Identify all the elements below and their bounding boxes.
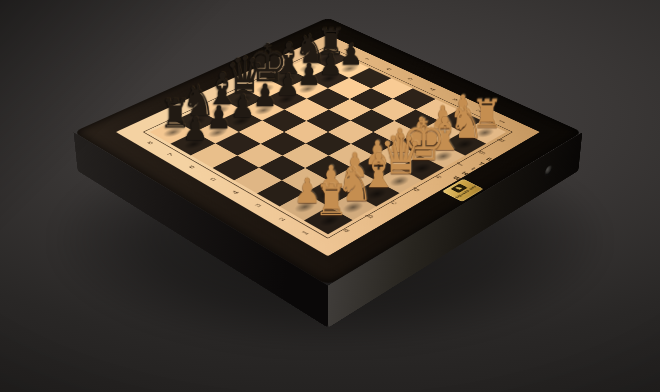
piece-black-pawn[interactable]: ♟ (253, 80, 278, 111)
piece-black-pawn[interactable]: ♟ (319, 49, 343, 79)
piece-black-pawn[interactable]: ♟ (275, 69, 299, 100)
chess-board: ♜♞♝♛♚♝♞♜♟♟♟♟♟♟♟♟♟♟♟♟♟♟♟♟♜♞♝♛♚♝♞♜ abcdefg… (73, 18, 582, 286)
scene-background: ♜♞♝♛♚♝♞♜♟♟♟♟♟♟♟♟♟♟♟♟♟♟♟♟♜♞♝♛♚♝♞♜ abcdefg… (0, 0, 660, 392)
piece-black-pawn[interactable]: ♟ (206, 101, 231, 133)
piece-black-pawn[interactable]: ♟ (339, 39, 362, 69)
piece-black-pawn[interactable]: ♟ (230, 90, 255, 122)
piece-white-rook[interactable]: ♜ (314, 179, 348, 222)
piece-black-pawn[interactable]: ♟ (297, 59, 321, 89)
scene-3d: ♜♞♝♛♚♝♞♜♟♟♟♟♟♟♟♟♟♟♟♟♟♟♟♟♜♞♝♛♚♝♞♜ abcdefg… (0, 0, 660, 392)
piece-black-pawn[interactable]: ♟ (182, 113, 208, 145)
power-button[interactable] (545, 164, 553, 177)
